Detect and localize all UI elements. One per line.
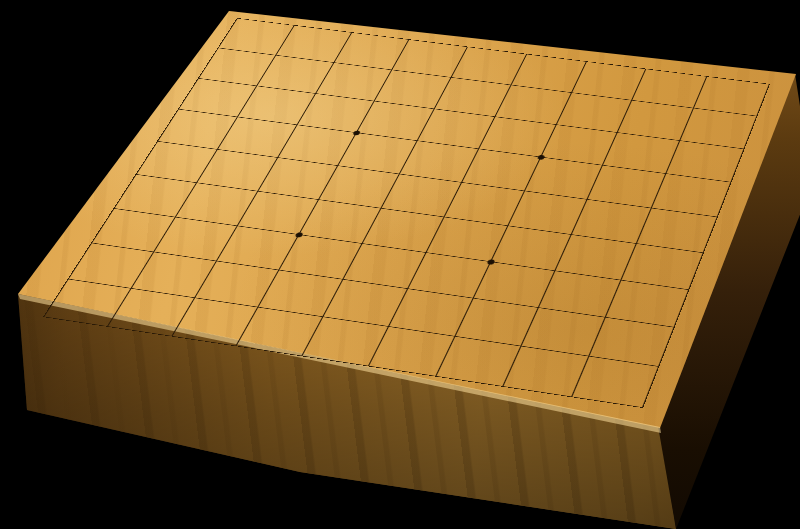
board-photo: [0, 0, 800, 529]
